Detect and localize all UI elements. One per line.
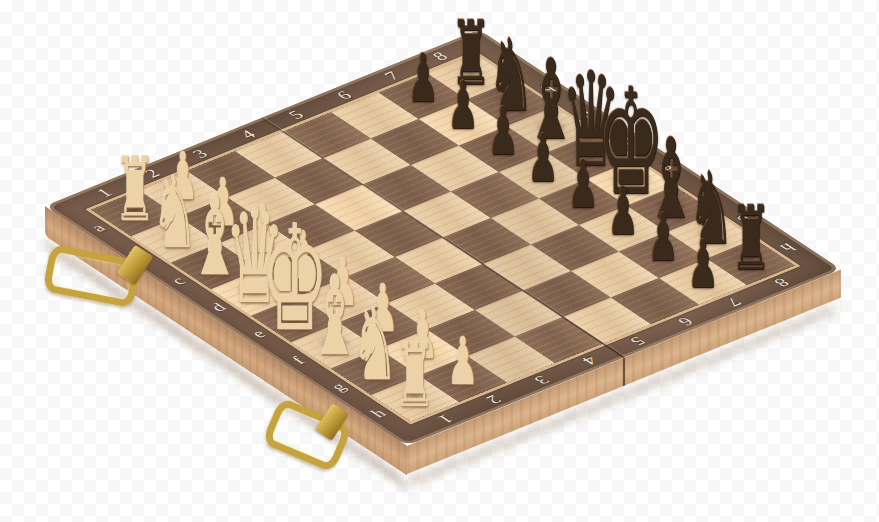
label-file-e-far: e [657,162,678,174]
label-rank-6-far: 6 [674,315,696,328]
label-file-c-far: c [577,109,598,121]
label-rank-1-near: 1 [93,187,115,200]
label-rank-2-far: 2 [482,393,504,406]
fold-seam-edge [623,357,625,386]
label-rank-4-far: 4 [578,354,600,367]
label-rank-6-near: 6 [333,89,355,102]
label-rank-7-far: 7 [722,295,744,308]
label-rank-2-near: 2 [141,167,163,180]
page-background: 1122334455667788aabbccddeeffgghh ♜♞♝♛♚♝♞… [0,0,879,522]
label-rank-1-far: 1 [434,412,456,425]
label-file-g-near: g [327,381,349,394]
label-rank-3-near: 3 [189,148,211,161]
label-file-f-near: f [289,355,308,366]
label-rank-4-near: 4 [237,128,259,141]
label-file-a-far: a [497,56,518,68]
label-rank-3-far: 3 [530,373,552,386]
label-rank-8-near: 8 [429,50,451,63]
label-file-a-near: a [88,222,109,234]
label-rank-5-near: 5 [285,109,307,122]
label-file-b-far: b [536,82,558,95]
label-rank-8-far: 8 [770,276,792,289]
board-surface: 1122334455667788aabbccddeeffgghh [45,30,841,446]
label-file-e-near: e [248,328,269,340]
label-file-d-near: d [207,301,229,314]
label-rank-7-near: 7 [381,70,403,83]
label-file-d-far: d [616,135,638,148]
label-file-g-far: g [736,214,758,227]
label-file-h-far: h [776,241,798,254]
label-file-c-near: c [168,275,189,287]
label-file-f-far: f [698,189,717,200]
label-rank-5-far: 5 [626,334,648,347]
label-file-h-near: h [367,407,389,420]
